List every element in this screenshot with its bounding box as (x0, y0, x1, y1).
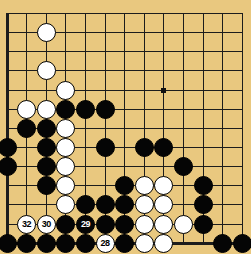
move-number-label: 30 (42, 220, 51, 229)
black-stone (233, 234, 251, 253)
go-board-diagram: 32302928 (0, 0, 251, 254)
black-stone (37, 138, 56, 157)
move-number-label: 29 (81, 220, 90, 229)
white-stone (154, 234, 173, 253)
black-stone (76, 195, 95, 214)
black-stone (174, 157, 193, 176)
black-stone (115, 234, 134, 253)
white-stone (56, 138, 75, 157)
black-stone (96, 215, 115, 234)
black-stone (56, 100, 75, 119)
white-stone (37, 23, 56, 42)
white-stone (17, 100, 36, 119)
black-stone (194, 195, 213, 214)
white-stone-32: 32 (17, 215, 36, 234)
black-stone (96, 138, 115, 157)
white-stone (135, 195, 154, 214)
black-stone (115, 215, 134, 234)
grid-line-vertical (222, 13, 223, 244)
white-stone-30: 30 (37, 215, 56, 234)
white-stone-28: 28 (96, 234, 115, 253)
black-stone (194, 176, 213, 195)
white-stone (135, 176, 154, 195)
black-stone (56, 215, 75, 234)
white-stone (154, 215, 173, 234)
white-stone (135, 215, 154, 234)
black-stone (115, 195, 134, 214)
white-stone (56, 81, 75, 100)
board-edge-left (6, 13, 9, 244)
grid-line-vertical (242, 13, 243, 244)
black-stone (96, 195, 115, 214)
star-point (161, 88, 166, 93)
white-stone (154, 195, 173, 214)
black-stone (0, 157, 17, 176)
black-stone-29: 29 (76, 215, 95, 234)
black-stone (37, 119, 56, 138)
white-stone (135, 234, 154, 253)
black-stone (0, 138, 17, 157)
white-stone (154, 176, 173, 195)
black-stone (37, 234, 56, 253)
white-stone (56, 157, 75, 176)
black-stone (96, 100, 115, 119)
white-stone (37, 100, 56, 119)
black-stone (76, 234, 95, 253)
black-stone (115, 176, 134, 195)
black-stone (17, 234, 36, 253)
black-stone (56, 234, 75, 253)
white-stone (174, 215, 193, 234)
white-stone (56, 176, 75, 195)
grid-line-vertical (183, 13, 184, 244)
black-stone (37, 176, 56, 195)
black-stone (17, 119, 36, 138)
white-stone (37, 61, 56, 80)
white-stone (56, 119, 75, 138)
black-stone (37, 157, 56, 176)
grid-line-horizontal (6, 13, 243, 14)
black-stone (0, 234, 17, 253)
grid-line-horizontal (6, 51, 243, 52)
grid-line-horizontal (6, 90, 243, 91)
black-stone (154, 138, 173, 157)
white-stone (56, 195, 75, 214)
move-number-label: 32 (22, 220, 31, 229)
black-stone (76, 100, 95, 119)
move-number-label: 28 (100, 239, 109, 248)
black-stone (194, 215, 213, 234)
black-stone (213, 234, 232, 253)
black-stone (135, 138, 154, 157)
